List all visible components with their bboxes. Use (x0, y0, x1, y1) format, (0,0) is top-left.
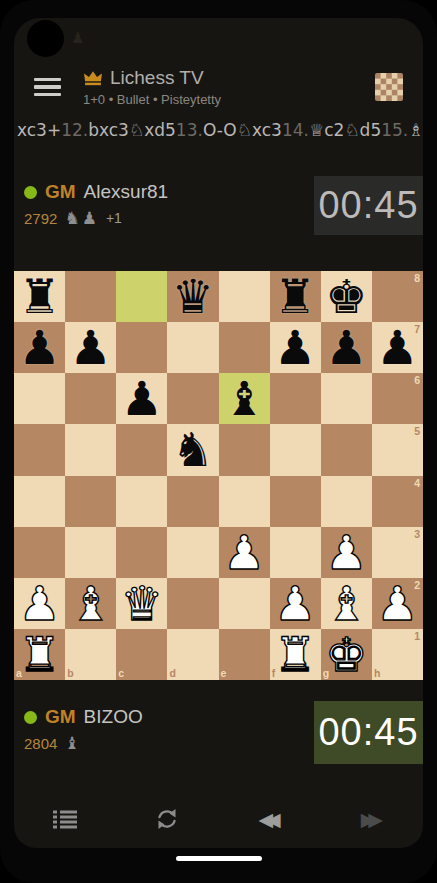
square-h6[interactable]: 6 (372, 373, 423, 424)
board: ♜♛♜♚8♟♟♟♟♟7♟♝6♞54♟♟3♟♝♛♟♝♟2♜abcde♜f♚g1h (14, 271, 423, 680)
coord-file-b: b (67, 667, 73, 679)
square-b3[interactable] (65, 527, 116, 578)
coord-rank-8: 8 (414, 272, 420, 284)
square-d3[interactable] (167, 527, 218, 578)
square-f3[interactable] (270, 527, 321, 578)
coord-rank-4: 4 (414, 477, 420, 489)
square-c5[interactable] (116, 424, 167, 475)
coord-rank-2: 2 (414, 579, 420, 591)
title-block: Lichess TV 1+0 • Bullet • Pisteytetty (83, 67, 221, 107)
square-e5[interactable] (219, 424, 270, 475)
player-top: GM Alexsur81 2792 ♞♟ +1 00:45 (14, 176, 423, 238)
square-b2[interactable]: ♝ (65, 578, 116, 629)
piece-black-king: ♚ (325, 273, 367, 320)
square-d4[interactable] (167, 476, 218, 527)
header: Lichess TV 1+0 • Bullet • Pisteytetty (14, 64, 423, 110)
square-e4[interactable] (219, 476, 270, 527)
square-c3[interactable] (116, 527, 167, 578)
piece-black-knight: ♞ (172, 426, 214, 473)
coord-file-e: e (221, 667, 227, 679)
menu-bar (34, 93, 61, 97)
square-c4[interactable] (116, 476, 167, 527)
square-e3[interactable]: ♟ (219, 527, 270, 578)
piece-white-pawn: ♟ (18, 580, 60, 627)
move-token[interactable]: ♕c2 (309, 120, 344, 140)
online-dot (24, 711, 37, 724)
move-token[interactable]: ♘xd5 (129, 120, 176, 140)
square-a5[interactable] (14, 424, 65, 475)
app-screen: ♟ Lichess TV 1+0 • Bullet • Pisteytetty (14, 18, 423, 848)
fast-forward-button[interactable]: ▶▶ (321, 808, 423, 830)
square-c1[interactable]: c (116, 629, 167, 680)
coord-file-c: c (118, 667, 124, 679)
player-name[interactable]: Alexsur81 (84, 181, 169, 203)
move-number: 12. (61, 120, 88, 140)
square-h7[interactable]: ♟7 (372, 322, 423, 373)
move-number: 15. (381, 120, 408, 140)
square-c7[interactable] (116, 322, 167, 373)
player-title: GM (45, 706, 76, 728)
square-a4[interactable] (14, 476, 65, 527)
fast-forward-icon: ▶▶ (361, 808, 383, 830)
piece-black-pawn: ♟ (70, 324, 112, 371)
piece-black-pawn: ♟ (18, 324, 60, 371)
clock-bottom: 00:45 (314, 701, 423, 764)
square-h1[interactable]: 1h (372, 629, 423, 680)
toolbar: ◀◀ ▶▶ (14, 796, 423, 842)
square-d8[interactable]: ♛ (167, 271, 218, 322)
square-e2[interactable] (219, 578, 270, 629)
statusbar-pawn-icon: ♟ (71, 29, 84, 47)
square-h4[interactable]: 4 (372, 476, 423, 527)
player-rating: 2804 (24, 735, 57, 752)
square-h2[interactable]: ♟2 (372, 578, 423, 629)
move-list-button[interactable] (14, 809, 116, 829)
piece-white-king: ♚ (325, 631, 367, 678)
piece-white-pawn: ♟ (376, 580, 418, 627)
piece-black-pawn: ♟ (274, 324, 316, 371)
move-token[interactable]: O-O (203, 120, 237, 140)
square-a2[interactable]: ♟ (14, 578, 65, 629)
square-e6[interactable]: ♝ (219, 373, 270, 424)
square-d7[interactable] (167, 322, 218, 373)
player-bottom-info: GM BIZOO 2804 ♝ (24, 701, 314, 753)
menu-button[interactable] (34, 78, 61, 97)
flip-icon (154, 806, 180, 832)
piece-black-pawn: ♟ (325, 324, 367, 371)
square-a3[interactable] (14, 527, 65, 578)
square-g5[interactable] (321, 424, 372, 475)
move-token[interactable]: xc3+ (17, 120, 61, 140)
move-token[interactable]: ♘d5 (344, 120, 381, 140)
move-number: 13. (176, 120, 203, 140)
piece-black-pawn: ♟ (121, 375, 163, 422)
move-token[interactable]: bxc3 (88, 120, 129, 140)
phone-frame: ♟ Lichess TV 1+0 • Bullet • Pisteytetty (0, 0, 437, 883)
captured-piece-icon: ♝ (64, 733, 81, 753)
square-a8[interactable]: ♜ (14, 271, 65, 322)
captured-pieces-bottom: ♝ (64, 733, 81, 753)
piece-white-pawn: ♟ (325, 529, 367, 576)
move-number: 14. (282, 120, 309, 140)
player-rating: 2792 (24, 210, 57, 227)
square-f1[interactable]: ♜f (270, 629, 321, 680)
square-d2[interactable] (167, 578, 218, 629)
square-b1[interactable]: b (65, 629, 116, 680)
coord-rank-1: 1 (414, 630, 420, 642)
coord-rank-3: 3 (414, 528, 420, 540)
captured-pieces-top: ♞♟ (64, 208, 99, 228)
coord-rank-6: 6 (414, 374, 420, 386)
square-e1[interactable]: e (219, 629, 270, 680)
square-f5[interactable] (270, 424, 321, 475)
online-dot (24, 186, 37, 199)
rewind-icon: ◀◀ (259, 808, 281, 830)
captured-piece-icon: ♞ (64, 208, 81, 228)
piece-black-queen: ♛ (172, 273, 214, 320)
player-bottom: GM BIZOO 2804 ♝ 00:45 (14, 701, 423, 765)
square-c2[interactable]: ♛ (116, 578, 167, 629)
square-e8[interactable] (219, 271, 270, 322)
square-b7[interactable]: ♟ (65, 322, 116, 373)
move-token[interactable]: ♘xc3 (237, 120, 282, 140)
piece-white-rook: ♜ (18, 631, 60, 678)
player-name[interactable]: BIZOO (84, 706, 143, 728)
clock-top: 00:45 (314, 176, 423, 235)
material-advantage: +1 (106, 210, 122, 226)
crown-icon (83, 70, 103, 86)
coord-file-f: f (272, 667, 276, 679)
square-h8[interactable]: 8 (372, 271, 423, 322)
square-b5[interactable] (65, 424, 116, 475)
square-g1[interactable]: ♚g (321, 629, 372, 680)
square-g4[interactable] (321, 476, 372, 527)
move-token[interactable]: ♗b2 (408, 120, 423, 140)
square-g6[interactable] (321, 373, 372, 424)
list-icon (53, 809, 77, 829)
camera-punch-hole (27, 20, 64, 57)
piece-white-pawn: ♟ (274, 580, 316, 627)
square-a7[interactable]: ♟ (14, 322, 65, 373)
page-title: Lichess TV (110, 67, 204, 89)
square-g8[interactable]: ♚ (321, 271, 372, 322)
square-f2[interactable]: ♟ (270, 578, 321, 629)
square-d6[interactable] (167, 373, 218, 424)
square-e7[interactable] (219, 322, 270, 373)
coord-file-h: h (374, 667, 380, 679)
piece-black-rook: ♜ (274, 273, 316, 320)
square-b4[interactable] (65, 476, 116, 527)
captured-piece-icon: ♟ (82, 208, 99, 228)
square-c6[interactable]: ♟ (116, 373, 167, 424)
piece-black-rook: ♜ (18, 273, 60, 320)
game-subtitle: 1+0 • Bullet • Pisteytetty (83, 92, 221, 107)
coord-file-a: a (16, 667, 22, 679)
square-a1[interactable]: ♜a (14, 629, 65, 680)
square-f8[interactable]: ♜ (270, 271, 321, 322)
square-d5[interactable]: ♞ (167, 424, 218, 475)
coord-rank-5: 5 (414, 425, 420, 437)
square-g7[interactable]: ♟ (321, 322, 372, 373)
square-h3[interactable]: 3 (372, 527, 423, 578)
coord-file-g: g (323, 667, 329, 679)
home-indicator[interactable] (176, 856, 262, 861)
player-top-info: GM Alexsur81 2792 ♞♟ +1 (24, 176, 314, 228)
menu-bar (34, 78, 61, 82)
piece-black-bishop: ♝ (223, 375, 265, 422)
move-list: xc3+12.bxc3♘xd513.O-O♘xc314.♕c2♘d515.♗b2… (14, 120, 423, 140)
piece-white-bishop: ♝ (325, 580, 367, 627)
square-b6[interactable] (65, 373, 116, 424)
piece-white-pawn: ♟ (223, 529, 265, 576)
coord-rank-7: 7 (414, 323, 420, 335)
square-c8[interactable] (116, 271, 167, 322)
piece-white-rook: ♜ (274, 631, 316, 678)
piece-white-queen: ♛ (121, 580, 163, 627)
rewind-button[interactable]: ◀◀ (219, 808, 321, 830)
square-f7[interactable]: ♟ (270, 322, 321, 373)
square-g3[interactable]: ♟ (321, 527, 372, 578)
square-f6[interactable] (270, 373, 321, 424)
menu-bar (34, 85, 61, 89)
square-b8[interactable] (65, 271, 116, 322)
square-f4[interactable] (270, 476, 321, 527)
player-title: GM (45, 181, 76, 203)
piece-white-bishop: ♝ (70, 580, 112, 627)
square-a6[interactable] (14, 373, 65, 424)
board-thumbnail-icon[interactable] (375, 73, 403, 101)
square-h5[interactable]: 5 (372, 424, 423, 475)
coord-file-d: d (169, 667, 175, 679)
square-g2[interactable]: ♝ (321, 578, 372, 629)
piece-black-pawn: ♟ (376, 324, 418, 371)
square-d1[interactable]: d (167, 629, 218, 680)
flip-board-button[interactable] (116, 806, 218, 832)
